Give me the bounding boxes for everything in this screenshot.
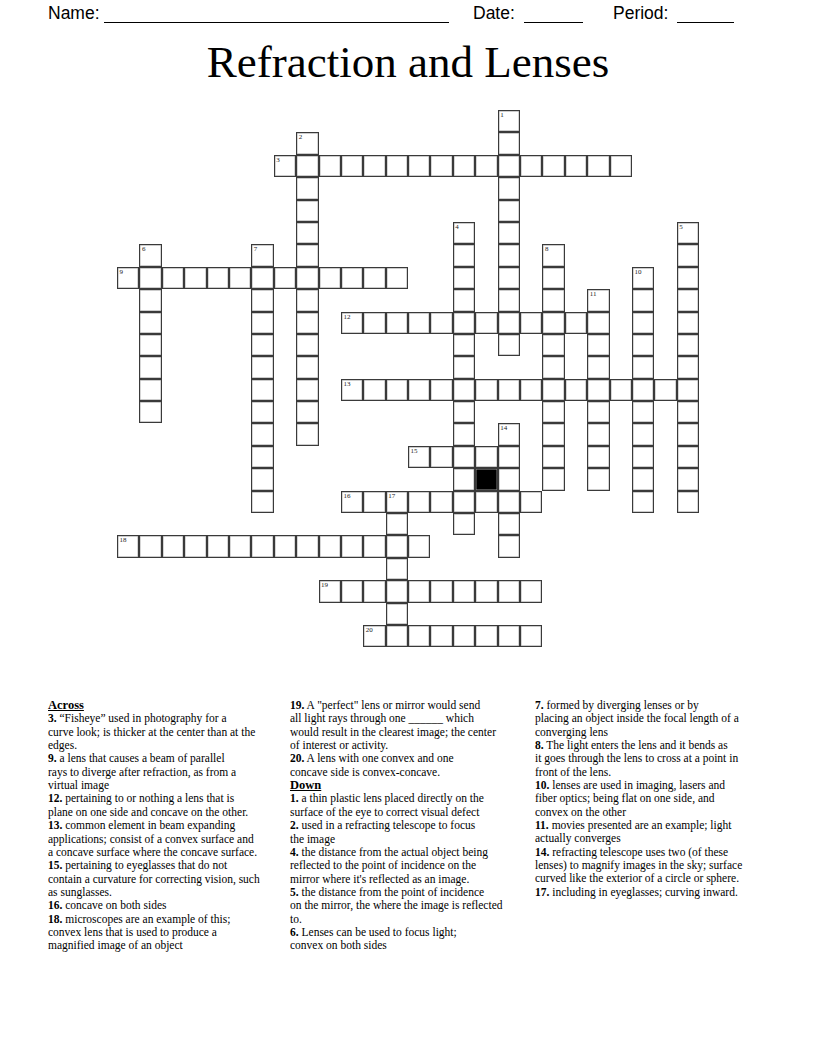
grid-cell[interactable] (677, 356, 699, 378)
clue-number: 13 (343, 380, 350, 388)
grid-cell[interactable] (677, 468, 699, 490)
grid-cell[interactable]: 1 (498, 110, 520, 132)
grid-cell[interactable] (296, 401, 318, 423)
clue-number: 8 (545, 245, 549, 253)
grid-cell[interactable] (632, 356, 654, 378)
grid-cell[interactable] (296, 244, 318, 266)
grid-cell[interactable] (296, 535, 318, 557)
grid-cell[interactable] (386, 580, 408, 602)
clue-4: 4. the distance from the actual object b… (290, 846, 538, 886)
grid-cell[interactable] (498, 200, 520, 222)
grid-cell[interactable] (139, 334, 161, 356)
clue-14: 14. refracting telescope uses two (of th… (535, 846, 783, 886)
grid-cell[interactable] (139, 289, 161, 311)
clue-10: 10. lenses are used in imaging, lasers a… (535, 779, 783, 819)
grid-cell[interactable] (139, 379, 161, 401)
grid-cell[interactable] (453, 423, 475, 445)
clue-15: 15. pertaining to eyeglasses that do not… (48, 859, 296, 899)
grid-cell[interactable] (587, 468, 609, 490)
black-cell (475, 468, 497, 490)
grid-cell[interactable] (251, 267, 273, 289)
grid-cell[interactable] (296, 334, 318, 356)
grid-cell[interactable] (341, 580, 363, 602)
grid-cell[interactable] (453, 446, 475, 468)
grid-cell[interactable] (520, 155, 542, 177)
grid-cell[interactable] (184, 535, 206, 557)
grid-cell[interactable] (408, 155, 430, 177)
grid-cell[interactable] (677, 379, 699, 401)
grid-cell[interactable] (251, 356, 273, 378)
grid-cell[interactable] (498, 267, 520, 289)
grid-cell[interactable] (430, 379, 452, 401)
grid-cell[interactable] (632, 289, 654, 311)
date-label: Date: (473, 3, 515, 23)
grid-cell[interactable] (677, 267, 699, 289)
grid-cell[interactable] (251, 468, 273, 490)
grid-cell[interactable] (498, 513, 520, 535)
grid-cell[interactable] (386, 513, 408, 535)
grid-cell[interactable] (587, 446, 609, 468)
grid-cell[interactable] (251, 535, 273, 557)
grid-cell[interactable] (139, 401, 161, 423)
grid-cell[interactable] (251, 379, 273, 401)
grid-cell[interactable] (587, 356, 609, 378)
clue-number: 16 (343, 492, 350, 500)
grid-cell[interactable] (251, 312, 273, 334)
clue-number: 19 (321, 581, 328, 589)
grid-cell[interactable] (363, 267, 385, 289)
clue-number: 20 (366, 626, 373, 634)
grid-cell[interactable] (386, 625, 408, 647)
clue-number: 6 (142, 245, 146, 253)
clue-17: 17. including in eyeglasses; curving inw… (535, 886, 783, 899)
clue-column-2: 19. A "perfect" lens or mirror would sen… (290, 699, 538, 953)
grid-cell[interactable] (610, 379, 632, 401)
grid-cell[interactable]: 15 (408, 446, 430, 468)
clue-8: 8. The light enters the lens and it bend… (535, 739, 783, 779)
clue-number: 18 (120, 536, 127, 544)
grid-cell[interactable] (430, 491, 452, 513)
grid-cell[interactable] (498, 580, 520, 602)
grid-cell[interactable] (207, 535, 229, 557)
grid-cell[interactable] (251, 491, 273, 513)
grid-cell[interactable] (229, 267, 251, 289)
clue-number: 1 (500, 111, 504, 119)
grid-cell[interactable] (654, 379, 676, 401)
grid-cell[interactable] (542, 267, 564, 289)
clue-1: 1. a thin plastic lens placed directly o… (290, 792, 538, 819)
grid-cell[interactable] (139, 267, 161, 289)
grid-cell[interactable] (386, 267, 408, 289)
grid-cell[interactable]: 12 (341, 312, 363, 334)
grid-cell[interactable] (475, 625, 497, 647)
grid-cell[interactable] (341, 155, 363, 177)
grid-cell[interactable] (587, 334, 609, 356)
grid-cell[interactable] (498, 222, 520, 244)
grid-cell[interactable]: 19 (319, 580, 341, 602)
clue-number: 2 (299, 133, 303, 141)
grid-cell[interactable] (677, 289, 699, 311)
grid-cell[interactable] (453, 244, 475, 266)
clue-column-1: Across3. “Fisheye” used in photography f… (48, 699, 296, 953)
grid-cell[interactable]: 17 (386, 491, 408, 513)
clue-number: 10 (634, 268, 641, 276)
grid-cell[interactable]: 14 (498, 423, 520, 445)
grid-cell[interactable] (363, 580, 385, 602)
grid-cell[interactable] (565, 379, 587, 401)
grid-cell[interactable] (453, 625, 475, 647)
clue-5: 5. the distance from the point of incide… (290, 886, 538, 926)
period-blank-line (677, 6, 734, 23)
grid-cell[interactable] (677, 334, 699, 356)
grid-cell[interactable] (475, 312, 497, 334)
grid-cell[interactable]: 11 (587, 289, 609, 311)
grid-cell[interactable] (453, 379, 475, 401)
grid-cell[interactable] (453, 580, 475, 602)
grid-cell[interactable] (386, 155, 408, 177)
clue-number: 5 (679, 223, 683, 231)
grid-cell[interactable] (498, 312, 520, 334)
grid-cell[interactable] (542, 289, 564, 311)
header: Name: Date: Period: (0, 3, 816, 29)
grid-cell[interactable] (408, 625, 430, 647)
grid-cell[interactable] (319, 535, 341, 557)
grid-cell[interactable]: 4 (453, 222, 475, 244)
grid-cell[interactable] (386, 558, 408, 580)
name-field-group: Name: (48, 3, 449, 23)
clue-19: 19. A "perfect" lens or mirror would sen… (290, 699, 538, 752)
grid-cell[interactable] (677, 423, 699, 445)
grid-cell[interactable] (475, 446, 497, 468)
grid-cell[interactable] (430, 625, 452, 647)
name-blank-line (104, 6, 449, 23)
grid-cell[interactable]: 3 (274, 155, 296, 177)
clues-across-header: Across (48, 699, 296, 712)
grid-cell[interactable] (296, 177, 318, 199)
grid-cell[interactable] (498, 379, 520, 401)
grid-cell[interactable] (363, 535, 385, 557)
crossword-grid: 1234567891011121314151617181920 (117, 110, 699, 647)
grid-cell[interactable] (184, 267, 206, 289)
grid-cell[interactable] (453, 289, 475, 311)
grid-cell[interactable] (274, 535, 296, 557)
grid-cell[interactable] (542, 334, 564, 356)
grid-cell[interactable] (498, 244, 520, 266)
grid-cell[interactable]: 2 (296, 132, 318, 154)
grid-cell[interactable] (475, 155, 497, 177)
grid-cell[interactable] (162, 267, 184, 289)
grid-cell[interactable] (542, 312, 564, 334)
grid-cell[interactable] (475, 379, 497, 401)
grid-cell[interactable] (139, 535, 161, 557)
grid-cell[interactable] (296, 222, 318, 244)
grid-cell[interactable] (498, 535, 520, 557)
grid-cell[interactable] (677, 244, 699, 266)
grid-cell[interactable] (341, 535, 363, 557)
clue-13: 13. common element in beam expanding app… (48, 819, 296, 859)
grid-cell[interactable] (498, 155, 520, 177)
grid-cell[interactable] (363, 379, 385, 401)
grid-cell[interactable] (363, 155, 385, 177)
grid-cell[interactable] (453, 491, 475, 513)
grid-cell[interactable] (430, 446, 452, 468)
grid-cell[interactable] (251, 423, 273, 445)
grid-cell[interactable]: 18 (117, 535, 139, 557)
grid-cell[interactable] (498, 446, 520, 468)
grid-cell[interactable] (319, 267, 341, 289)
grid-cell[interactable] (610, 155, 632, 177)
grid-cell[interactable] (453, 334, 475, 356)
grid-cell[interactable]: 10 (632, 267, 654, 289)
grid-cell[interactable] (542, 446, 564, 468)
grid-cell[interactable] (408, 312, 430, 334)
grid-cell[interactable] (453, 356, 475, 378)
clue-20: 20. A lens with one convex and one conca… (290, 752, 538, 779)
grid-cell[interactable] (408, 379, 430, 401)
grid-cell[interactable] (139, 312, 161, 334)
grid-cell[interactable] (632, 401, 654, 423)
grid-cell[interactable] (408, 580, 430, 602)
date-blank-line (524, 6, 583, 23)
grid-cell[interactable] (296, 423, 318, 445)
clue-number: 3 (276, 156, 280, 164)
grid-cell[interactable]: 20 (363, 625, 385, 647)
grid-cell[interactable] (430, 312, 452, 334)
grid-cell[interactable] (453, 312, 475, 334)
grid-cell[interactable] (587, 379, 609, 401)
grid-cell[interactable] (498, 132, 520, 154)
grid-cell[interactable] (296, 312, 318, 334)
grid-cell[interactable]: 8 (542, 244, 564, 266)
grid-cell[interactable]: 16 (341, 491, 363, 513)
clue-18: 18. microscopes are an example of this; … (48, 913, 296, 953)
grid-cell[interactable] (319, 155, 341, 177)
grid-cell[interactable] (520, 491, 542, 513)
grid-cell[interactable] (677, 312, 699, 334)
grid-cell[interactable] (475, 491, 497, 513)
worksheet-page: { "header": { "name_label": "Name:", "da… (0, 0, 816, 1056)
grid-cell[interactable] (251, 289, 273, 311)
grid-cell[interactable] (498, 334, 520, 356)
date-field-group: Date: (473, 3, 583, 23)
grid-cell[interactable] (632, 491, 654, 513)
grid-cell[interactable] (251, 446, 273, 468)
grid-cell[interactable] (453, 468, 475, 490)
grid-cell[interactable] (565, 155, 587, 177)
grid-cell[interactable] (542, 379, 564, 401)
clue-number: 7 (254, 245, 258, 253)
clue-number: 12 (343, 313, 350, 321)
grid-cell[interactable] (453, 155, 475, 177)
grid-cell[interactable] (542, 356, 564, 378)
grid-cell[interactable] (632, 468, 654, 490)
grid-cell[interactable] (520, 312, 542, 334)
grid-cell[interactable] (587, 312, 609, 334)
grid-cell[interactable] (229, 535, 251, 557)
grid-cell[interactable] (520, 379, 542, 401)
period-field-group: Period: (613, 3, 734, 23)
grid-cell[interactable] (251, 334, 273, 356)
grid-cell[interactable] (363, 312, 385, 334)
grid-cell[interactable] (430, 580, 452, 602)
grid-cell[interactable] (520, 625, 542, 647)
grid-cell[interactable] (498, 625, 520, 647)
grid-cell[interactable] (296, 155, 318, 177)
grid-cell[interactable] (542, 401, 564, 423)
grid-cell[interactable] (408, 491, 430, 513)
clue-number: 11 (590, 290, 597, 298)
grid-cell[interactable] (162, 535, 184, 557)
grid-cell[interactable] (498, 177, 520, 199)
grid-cell[interactable] (251, 401, 273, 423)
grid-cell[interactable] (587, 155, 609, 177)
grid-cell[interactable] (296, 289, 318, 311)
grid-cell[interactable] (632, 334, 654, 356)
grid-cell[interactable] (632, 312, 654, 334)
grid-cell[interactable] (408, 535, 430, 557)
period-label: Period: (613, 3, 668, 23)
grid-cell[interactable] (386, 535, 408, 557)
grid-cell[interactable] (475, 580, 497, 602)
grid-cell[interactable] (542, 155, 564, 177)
grid-cell[interactable] (677, 491, 699, 513)
grid-cell[interactable] (453, 267, 475, 289)
grid-cell[interactable] (542, 468, 564, 490)
grid-cell[interactable] (677, 401, 699, 423)
grid-cell[interactable] (296, 379, 318, 401)
grid-cell[interactable] (341, 267, 363, 289)
clue-9: 9. a lens that causes a beam of parallel… (48, 752, 296, 792)
grid-cell[interactable] (386, 379, 408, 401)
name-label: Name: (48, 3, 100, 23)
grid-cell[interactable] (498, 289, 520, 311)
grid-cell[interactable] (274, 267, 296, 289)
grid-cell[interactable] (542, 423, 564, 445)
grid-cell[interactable] (430, 155, 452, 177)
clue-number: 17 (388, 492, 395, 500)
grid-cell[interactable] (565, 312, 587, 334)
clue-number: 15 (411, 447, 418, 455)
grid-cell[interactable]: 5 (677, 222, 699, 244)
clue-column-3: 7. formed by diverging lenses or by plac… (535, 699, 783, 899)
clues-down-header: Down (290, 779, 538, 792)
grid-cell[interactable] (363, 491, 385, 513)
grid-cell[interactable] (139, 356, 161, 378)
grid-cell[interactable] (453, 401, 475, 423)
grid-cell[interactable] (296, 267, 318, 289)
grid-cell[interactable] (498, 468, 520, 490)
grid-cell[interactable] (207, 267, 229, 289)
clue-12: 12. pertaining to or nothing a lens that… (48, 792, 296, 819)
clue-number: 9 (120, 268, 124, 276)
grid-cell[interactable]: 6 (139, 244, 161, 266)
grid-cell[interactable] (296, 356, 318, 378)
page-title: Refraction and Lenses (0, 36, 816, 88)
grid-cell[interactable] (587, 401, 609, 423)
clue-16: 16. concave on both sides (48, 899, 296, 912)
grid-cell[interactable] (386, 312, 408, 334)
clue-6: 6. Lenses can be used to focus light; co… (290, 926, 538, 953)
clue-7: 7. formed by diverging lenses or by plac… (535, 699, 783, 739)
clue-11: 11. movies presented are an example; lig… (535, 819, 783, 846)
grid-cell[interactable] (632, 379, 654, 401)
grid-cell[interactable] (632, 423, 654, 445)
grid-cell[interactable] (632, 446, 654, 468)
clue-number: 4 (455, 223, 459, 231)
grid-cell[interactable] (587, 423, 609, 445)
grid-cell[interactable] (453, 513, 475, 535)
clue-2: 2. used in a refracting telescope to foc… (290, 819, 538, 846)
grid-cell[interactable] (677, 446, 699, 468)
grid-cell[interactable] (386, 603, 408, 625)
grid-cell[interactable]: 9 (117, 267, 139, 289)
clue-3: 3. “Fisheye” used in photography for a c… (48, 712, 296, 752)
clue-number: 14 (500, 424, 507, 432)
grid-cell[interactable]: 7 (251, 244, 273, 266)
grid-cell[interactable] (498, 491, 520, 513)
grid-cell[interactable]: 13 (341, 379, 363, 401)
grid-cell[interactable] (296, 200, 318, 222)
grid-cell[interactable] (520, 580, 542, 602)
